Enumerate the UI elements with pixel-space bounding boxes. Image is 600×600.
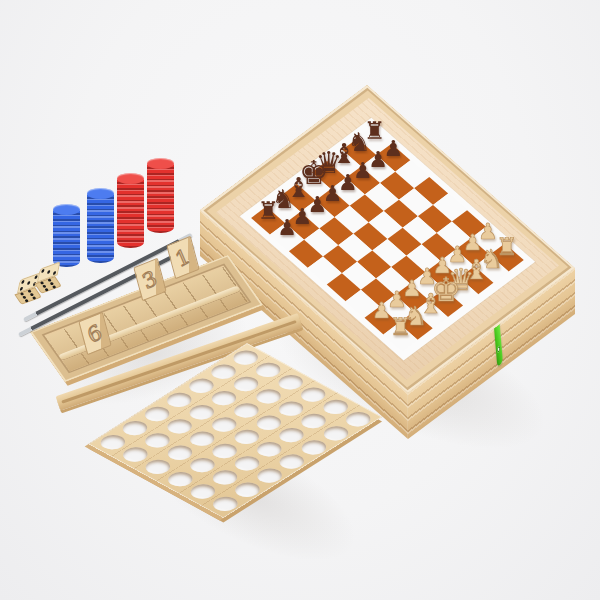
die-pip — [52, 271, 56, 275]
disc-stack-side — [147, 163, 174, 233]
connect-four-hole — [208, 440, 242, 460]
disc-stack-top — [87, 188, 114, 199]
connect-four-hole — [185, 455, 219, 475]
connect-four-hole — [208, 493, 242, 513]
connect-four-hole — [185, 428, 219, 448]
disc-stack-top — [147, 158, 174, 169]
disc-stack-red-2 — [147, 163, 174, 233]
connect-four-hole — [230, 479, 264, 499]
connect-four-hole — [184, 375, 218, 395]
connect-four-hole — [207, 414, 241, 434]
connect-four-hole — [274, 398, 308, 418]
connect-four-hole — [319, 396, 353, 416]
connect-four-hole — [297, 437, 331, 457]
connect-four-hole — [208, 467, 242, 487]
connect-four-hole — [140, 403, 174, 423]
connect-four-hole — [341, 409, 375, 429]
disc-stack-side — [87, 193, 114, 263]
disc-stack-top — [117, 173, 144, 184]
connect-four-hole — [230, 453, 264, 473]
disc-stack-blue-2 — [87, 193, 114, 263]
flap-number: 1 — [172, 243, 193, 271]
connect-four-hole — [162, 389, 196, 409]
connect-four-hole — [252, 439, 286, 459]
connect-four-hole — [229, 347, 263, 367]
die-pip — [41, 269, 45, 273]
connect-four-hole — [253, 465, 287, 485]
connect-four-hole — [207, 388, 241, 408]
die-pip — [52, 285, 57, 289]
connect-four-hole — [296, 410, 330, 430]
connect-four-hole — [185, 402, 219, 422]
die-pip — [47, 270, 51, 274]
connect-four-hole — [296, 384, 330, 404]
connect-four-hole — [118, 418, 152, 438]
product-scene: ♜♞♝♛♚♝♞♜♟♟♟♟♟♟♟♟♟♟♟♟♟♟♟♟♜♞♝♛♚♝♞♜ 6 3 — [0, 0, 600, 600]
connect-four-hole — [206, 361, 240, 381]
disc-stack-top — [53, 204, 80, 215]
flap-number: 6 — [84, 319, 105, 347]
connect-four-hole — [163, 469, 197, 489]
die-pip — [22, 279, 26, 283]
connect-four-hole — [118, 444, 152, 464]
connect-four-hole — [319, 423, 353, 443]
connect-four-hole — [230, 426, 264, 446]
disc-stack-red-1 — [117, 178, 144, 248]
disc-stack-blue-1 — [53, 209, 80, 267]
connect-four-hole — [251, 386, 285, 406]
connect-four-hole — [251, 359, 285, 379]
connect-four-hole — [275, 451, 309, 471]
die-pip — [44, 288, 49, 292]
connect-four-hole — [229, 400, 263, 420]
flap-number: 3 — [139, 265, 160, 293]
die-pip — [24, 299, 29, 303]
connect-four-hole — [163, 442, 197, 462]
connect-four-hole — [186, 481, 220, 501]
connect-four-hole — [274, 372, 308, 392]
connect-four-hole — [140, 430, 174, 450]
die-pip — [27, 281, 31, 285]
latch-pin-icon — [497, 345, 500, 354]
connect-four-hole — [141, 456, 175, 476]
connect-four-hole — [229, 373, 263, 393]
disc-stack-side — [53, 209, 80, 267]
die-pip — [32, 296, 37, 300]
connect-four-hole — [96, 432, 130, 452]
disc-stack-side — [117, 178, 144, 248]
connect-four-hole — [163, 416, 197, 436]
connect-four-hole — [274, 425, 308, 445]
connect-four-hole — [252, 412, 286, 432]
